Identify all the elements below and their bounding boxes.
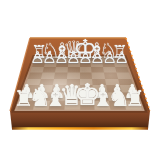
pieces-layer: ♖♘♗♕♔♗♘♖♙♙♙♙♙♙♙♙♟♟♟♟♟♟♟♟♜♞♝♛♚♝♞♜ [0,0,160,160]
piece-black-pawn: ♙ [114,51,128,67]
chess-set-photo: ♖♘♗♕♔♗♘♖♙♙♙♙♙♙♙♙♟♟♟♟♟♟♟♟♜♞♝♛♚♝♞♜ [0,0,160,160]
piece-white-rook: ♜ [125,88,145,110]
